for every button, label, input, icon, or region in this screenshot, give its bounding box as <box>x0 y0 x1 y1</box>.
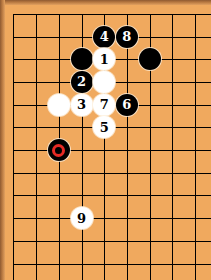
stone-black-move-8: 8 <box>116 26 138 48</box>
grid-line-horizontal <box>13 195 211 196</box>
stone-white-move-7: 7 <box>93 94 115 116</box>
stone-black-move-2: 2 <box>71 71 93 93</box>
stone-white <box>93 71 115 93</box>
board-edge-top <box>0 0 211 5</box>
move-number: 1 <box>100 52 109 65</box>
stone-white <box>48 94 70 116</box>
move-number: 5 <box>100 120 109 133</box>
stone-black-move-4: 4 <box>93 26 115 48</box>
stone-black <box>139 48 161 70</box>
stone-black-circled <box>48 139 70 161</box>
grid-line-horizontal <box>13 14 211 15</box>
grid-line-horizontal <box>13 173 211 174</box>
grid-line-horizontal <box>13 241 211 242</box>
stone-black-move-6: 6 <box>116 94 138 116</box>
stone-white-move-9: 9 <box>71 207 93 229</box>
move-number: 9 <box>77 211 86 224</box>
move-number: 8 <box>122 30 131 43</box>
stone-white-move-5: 5 <box>93 116 115 138</box>
move-number: 6 <box>122 98 131 111</box>
move-number: 7 <box>100 98 109 111</box>
move-number: 4 <box>100 30 109 43</box>
stone-white-move-1: 1 <box>93 48 115 70</box>
grid-line-horizontal <box>13 150 211 151</box>
grid-line-horizontal <box>13 264 211 265</box>
circle-marker-icon <box>52 144 65 157</box>
stone-black <box>71 48 93 70</box>
grid-line-horizontal <box>13 218 211 219</box>
go-board-diagram: 481237659 <box>0 0 211 280</box>
move-number: 3 <box>77 98 86 111</box>
stone-white-move-3: 3 <box>71 94 93 116</box>
move-number: 2 <box>77 75 86 88</box>
board-edge-left <box>0 0 5 280</box>
